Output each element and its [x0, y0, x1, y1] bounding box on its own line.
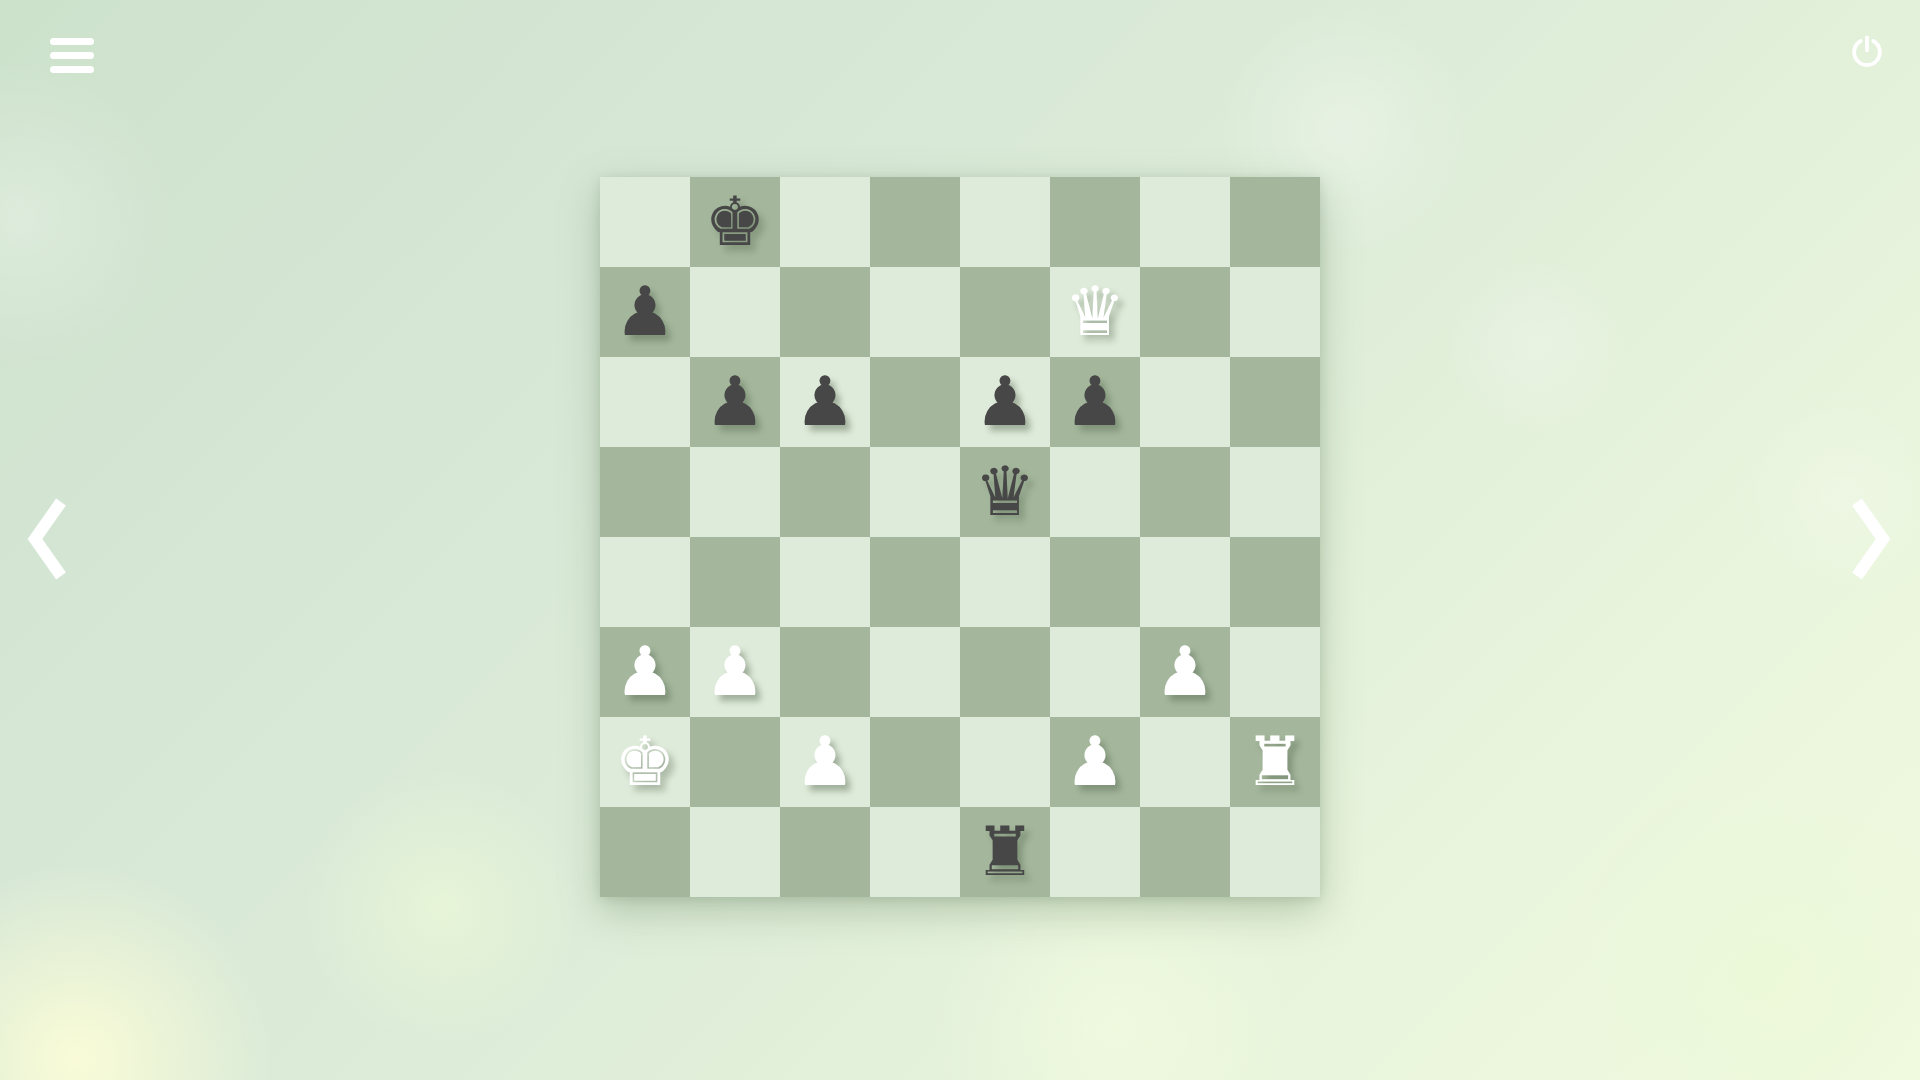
square-f2[interactable]: ♟ [1050, 717, 1140, 807]
square-b1[interactable] [690, 807, 780, 897]
piece-black-pawn[interactable]: ♟ [975, 357, 1036, 447]
square-e5[interactable]: ♛ [960, 447, 1050, 537]
square-c2[interactable]: ♟ [780, 717, 870, 807]
square-d3[interactable] [870, 627, 960, 717]
square-a6[interactable] [600, 357, 690, 447]
square-f8[interactable] [1050, 177, 1140, 267]
square-c3[interactable] [780, 627, 870, 717]
square-e1[interactable]: ♜ [960, 807, 1050, 897]
square-h5[interactable] [1230, 447, 1320, 537]
square-b5[interactable] [690, 447, 780, 537]
piece-white-king[interactable]: ♚ [615, 717, 676, 807]
square-e6[interactable]: ♟ [960, 357, 1050, 447]
piece-white-pawn[interactable]: ♟ [615, 627, 676, 717]
piece-black-pawn[interactable]: ♟ [1065, 357, 1126, 447]
square-d4[interactable] [870, 537, 960, 627]
square-c5[interactable] [780, 447, 870, 537]
piece-black-pawn[interactable]: ♟ [705, 357, 766, 447]
power-icon [1847, 32, 1887, 72]
square-g5[interactable] [1140, 447, 1230, 537]
square-d7[interactable] [870, 267, 960, 357]
square-h8[interactable] [1230, 177, 1320, 267]
square-c6[interactable]: ♟ [780, 357, 870, 447]
chevron-right-icon [1848, 494, 1894, 584]
square-e7[interactable] [960, 267, 1050, 357]
square-d1[interactable] [870, 807, 960, 897]
square-b2[interactable] [690, 717, 780, 807]
background: ♚♟♛♟♟♟♟♛♟♟♟♚♟♟♜♜ [0, 0, 1920, 1080]
hamburger-menu-icon [50, 38, 94, 73]
previous-puzzle-button[interactable] [24, 494, 70, 584]
square-f4[interactable] [1050, 537, 1140, 627]
square-b8[interactable]: ♚ [690, 177, 780, 267]
square-f3[interactable] [1050, 627, 1140, 717]
piece-white-pawn[interactable]: ♟ [1065, 717, 1126, 807]
square-g3[interactable]: ♟ [1140, 627, 1230, 717]
square-d8[interactable] [870, 177, 960, 267]
square-g4[interactable] [1140, 537, 1230, 627]
square-g1[interactable] [1140, 807, 1230, 897]
square-h7[interactable] [1230, 267, 1320, 357]
square-g2[interactable] [1140, 717, 1230, 807]
piece-black-rook[interactable]: ♜ [975, 807, 1036, 897]
square-d5[interactable] [870, 447, 960, 537]
square-c7[interactable] [780, 267, 870, 357]
piece-white-pawn[interactable]: ♟ [1155, 627, 1216, 717]
square-b7[interactable] [690, 267, 780, 357]
square-d2[interactable] [870, 717, 960, 807]
square-e4[interactable] [960, 537, 1050, 627]
square-d6[interactable] [870, 357, 960, 447]
square-h6[interactable] [1230, 357, 1320, 447]
square-a5[interactable] [600, 447, 690, 537]
square-h2[interactable]: ♜ [1230, 717, 1320, 807]
square-g8[interactable] [1140, 177, 1230, 267]
square-f7[interactable]: ♛ [1050, 267, 1140, 357]
piece-white-rook[interactable]: ♜ [1245, 717, 1306, 807]
menu-button[interactable] [46, 34, 98, 77]
chess-board[interactable]: ♚♟♛♟♟♟♟♛♟♟♟♚♟♟♜♜ [600, 177, 1320, 897]
power-button[interactable] [1847, 32, 1887, 72]
square-b4[interactable] [690, 537, 780, 627]
square-e8[interactable] [960, 177, 1050, 267]
square-f5[interactable] [1050, 447, 1140, 537]
square-h1[interactable] [1230, 807, 1320, 897]
piece-white-queen[interactable]: ♛ [1065, 267, 1126, 357]
piece-black-queen[interactable]: ♛ [975, 447, 1036, 537]
square-e3[interactable] [960, 627, 1050, 717]
piece-white-pawn[interactable]: ♟ [705, 627, 766, 717]
square-g6[interactable] [1140, 357, 1230, 447]
square-a8[interactable] [600, 177, 690, 267]
square-a4[interactable] [600, 537, 690, 627]
square-a7[interactable]: ♟ [600, 267, 690, 357]
square-e2[interactable] [960, 717, 1050, 807]
square-b6[interactable]: ♟ [690, 357, 780, 447]
piece-black-pawn[interactable]: ♟ [795, 357, 856, 447]
square-h4[interactable] [1230, 537, 1320, 627]
square-a1[interactable] [600, 807, 690, 897]
square-c8[interactable] [780, 177, 870, 267]
square-f6[interactable]: ♟ [1050, 357, 1140, 447]
piece-white-pawn[interactable]: ♟ [795, 717, 856, 807]
square-c4[interactable] [780, 537, 870, 627]
piece-black-king[interactable]: ♚ [705, 177, 766, 267]
piece-black-pawn[interactable]: ♟ [615, 267, 676, 357]
square-b3[interactable]: ♟ [690, 627, 780, 717]
square-g7[interactable] [1140, 267, 1230, 357]
square-h3[interactable] [1230, 627, 1320, 717]
chevron-left-icon [24, 494, 70, 584]
next-puzzle-button[interactable] [1848, 494, 1894, 584]
square-a3[interactable]: ♟ [600, 627, 690, 717]
square-c1[interactable] [780, 807, 870, 897]
square-f1[interactable] [1050, 807, 1140, 897]
square-a2[interactable]: ♚ [600, 717, 690, 807]
